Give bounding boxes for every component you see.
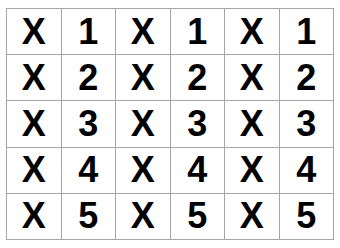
grid-cell: 5 — [62, 194, 116, 239]
grid-cell: X — [7, 148, 61, 193]
grid-cell: 1 — [171, 9, 225, 54]
grid-cell: 3 — [171, 101, 225, 146]
grid-cell: X — [7, 9, 61, 54]
grid-cell: 4 — [280, 148, 334, 193]
grid-cell: 3 — [280, 101, 334, 146]
grid-cell: X — [225, 9, 279, 54]
grid-cell: 5 — [171, 194, 225, 239]
grid-cell: 1 — [280, 9, 334, 54]
grid-cell: X — [7, 55, 61, 100]
grid-cell: X — [116, 55, 170, 100]
drill-grid: X 1 X 1 X 1 X 2 X 2 X 2 X 3 X 3 X 3 X 4 … — [6, 8, 334, 240]
grid-cell: X — [7, 194, 61, 239]
grid-cell: 2 — [62, 55, 116, 100]
grid-cell: 1 — [62, 9, 116, 54]
grid-cell: 4 — [171, 148, 225, 193]
grid-cell: X — [225, 55, 279, 100]
grid-cell: X — [225, 101, 279, 146]
grid-cell: 3 — [62, 101, 116, 146]
grid-cell: X — [7, 101, 61, 146]
grid-cell: 2 — [171, 55, 225, 100]
grid-cell: X — [116, 101, 170, 146]
grid-cell: X — [225, 194, 279, 239]
grid-cell: X — [116, 9, 170, 54]
grid-cell: X — [225, 148, 279, 193]
grid-cell: 5 — [280, 194, 334, 239]
grid-cell: 4 — [62, 148, 116, 193]
grid-cell: X — [116, 148, 170, 193]
grid-cell: 2 — [280, 55, 334, 100]
grid-cell: X — [116, 194, 170, 239]
